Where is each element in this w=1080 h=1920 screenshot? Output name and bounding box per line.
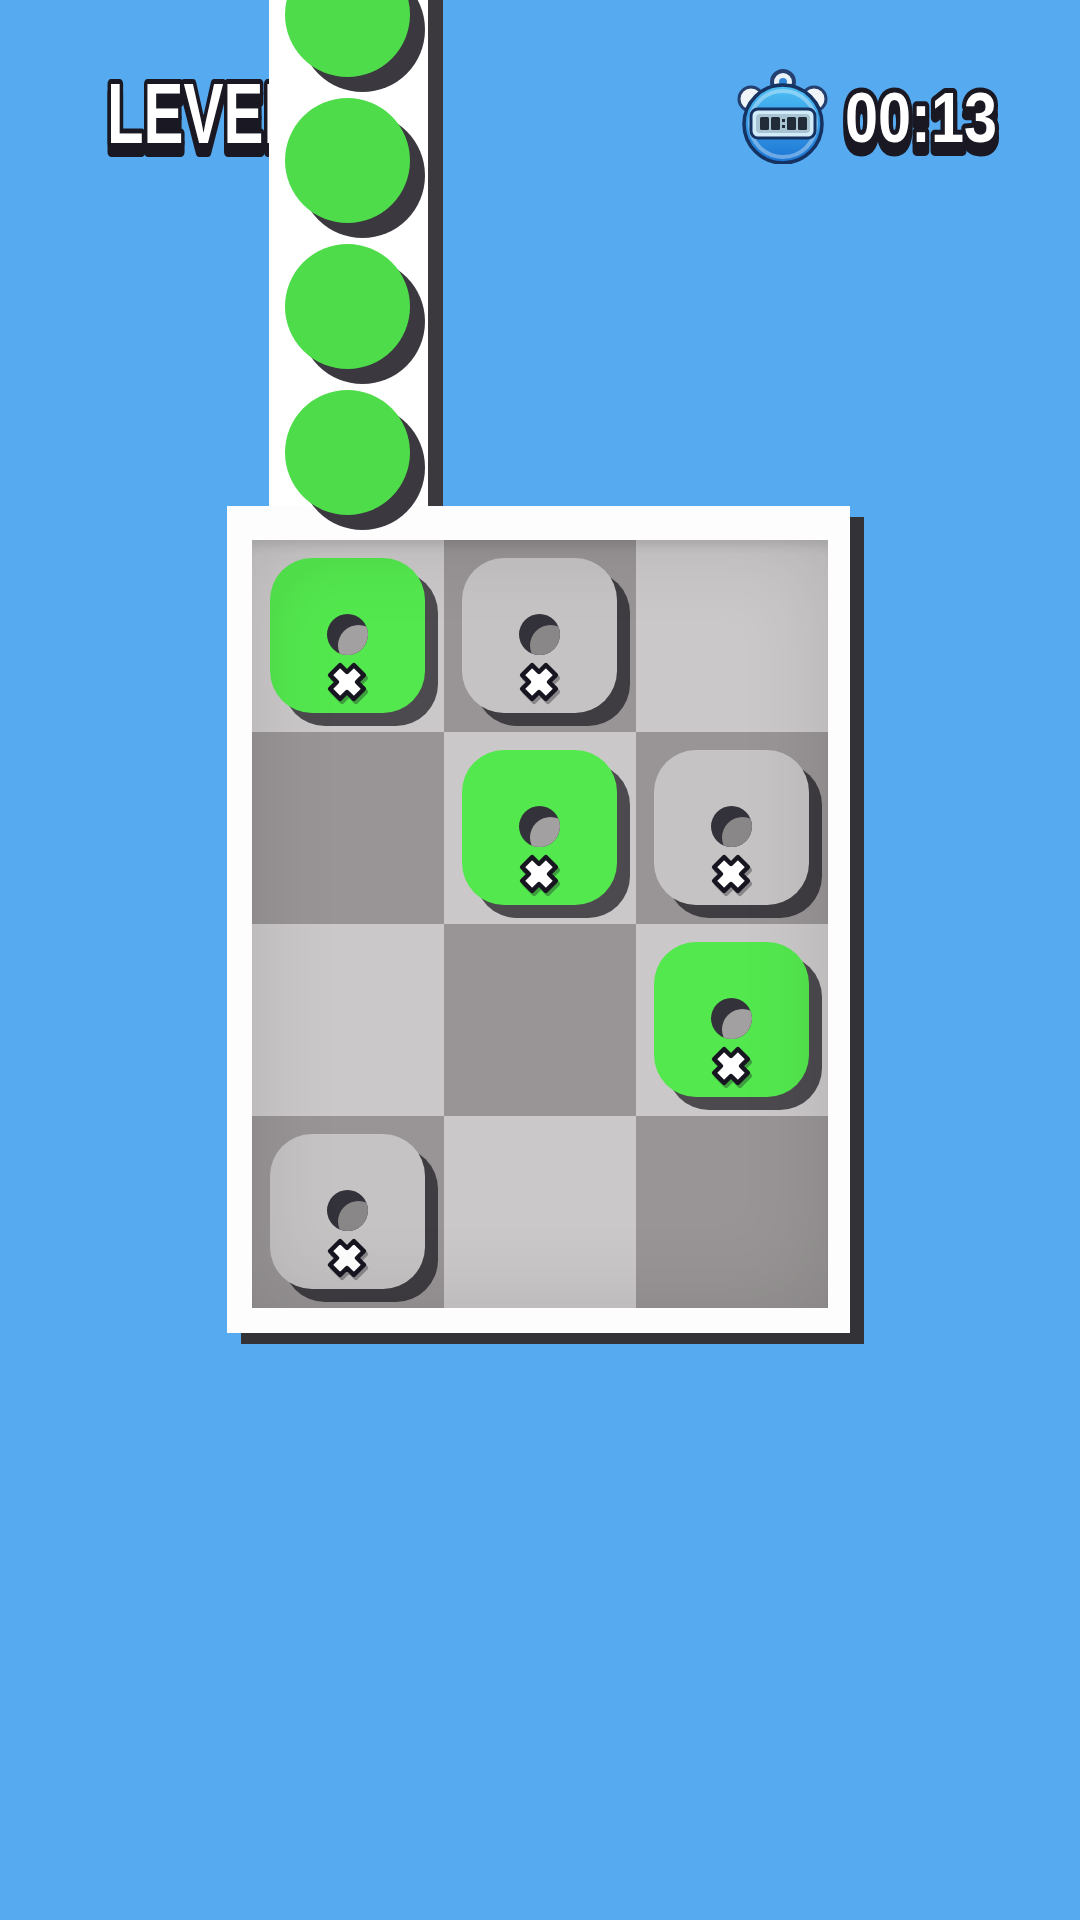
x-mark-icon bbox=[324, 659, 370, 705]
stopwatch-icon bbox=[733, 62, 833, 164]
x-mark-icon bbox=[516, 851, 562, 897]
tile-hole bbox=[711, 806, 752, 847]
board-cell-r3c3[interactable] bbox=[636, 924, 828, 1116]
tile-hole bbox=[327, 614, 368, 655]
tile-hole bbox=[327, 1190, 368, 1231]
game-board bbox=[227, 506, 850, 1333]
tile-green[interactable] bbox=[270, 558, 425, 713]
board-cell-r1c1[interactable] bbox=[252, 540, 444, 732]
timer-display: 00:13 00:13 bbox=[830, 66, 1040, 176]
x-mark-icon bbox=[516, 659, 562, 705]
queue-disc-green[interactable] bbox=[285, 0, 410, 77]
board-cell-r2c1[interactable] bbox=[252, 732, 444, 924]
tile-green[interactable] bbox=[462, 750, 617, 905]
board-cell-r1c2[interactable] bbox=[444, 540, 636, 732]
x-mark-icon bbox=[708, 1043, 754, 1089]
tile-hole bbox=[711, 998, 752, 1039]
timer-value-text: 00:13 bbox=[845, 78, 997, 157]
tile-gray[interactable] bbox=[654, 750, 809, 905]
disc-face bbox=[285, 98, 410, 223]
disc-face bbox=[285, 244, 410, 369]
queue-disc-green[interactable] bbox=[285, 98, 410, 223]
board-cell-r2c3[interactable] bbox=[636, 732, 828, 924]
x-mark-icon bbox=[708, 851, 754, 897]
board-grid bbox=[252, 540, 828, 1308]
tile-green[interactable] bbox=[654, 942, 809, 1097]
queue-disc-green[interactable] bbox=[285, 244, 410, 369]
tile-gray[interactable] bbox=[270, 1134, 425, 1289]
board-cell-r4c1[interactable] bbox=[252, 1116, 444, 1308]
board-cell-r1c3[interactable] bbox=[636, 540, 828, 732]
tile-hole bbox=[519, 806, 560, 847]
queue-track-shadow bbox=[428, 0, 443, 506]
board-cell-r3c1[interactable] bbox=[252, 924, 444, 1116]
x-mark-icon bbox=[324, 1235, 370, 1281]
stage: LEVEL 2 LEVEL 2 00:13 00:13 bbox=[0, 0, 1080, 1920]
disc-face bbox=[285, 390, 410, 515]
tile-gray[interactable] bbox=[462, 558, 617, 713]
board-cell-r4c3[interactable] bbox=[636, 1116, 828, 1308]
board-cell-r4c2[interactable] bbox=[444, 1116, 636, 1308]
tile-hole bbox=[519, 614, 560, 655]
queue-disc-green[interactable] bbox=[285, 390, 410, 515]
board-cell-r2c2[interactable] bbox=[444, 732, 636, 924]
board-cell-r3c2[interactable] bbox=[444, 924, 636, 1116]
